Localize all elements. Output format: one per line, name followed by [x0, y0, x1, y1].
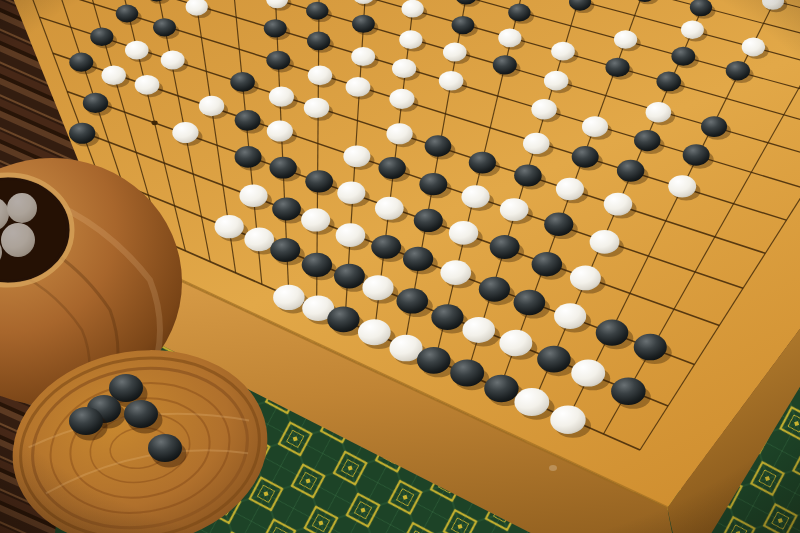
scene-canvas	[0, 0, 800, 533]
vignette-overlay	[0, 0, 800, 533]
go-game-photo	[0, 0, 800, 533]
